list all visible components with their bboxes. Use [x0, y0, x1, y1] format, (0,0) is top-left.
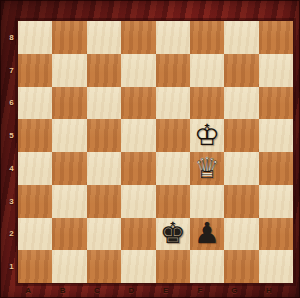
square-e7[interactable]: [156, 54, 190, 87]
rank-label-8: 8: [0, 21, 18, 54]
square-e3[interactable]: [156, 185, 190, 218]
square-a8[interactable]: [18, 21, 52, 54]
square-h4[interactable]: [259, 152, 293, 185]
square-f6[interactable]: [190, 87, 224, 120]
square-h1[interactable]: [259, 250, 293, 283]
square-b6[interactable]: [52, 87, 86, 120]
square-h6[interactable]: [259, 87, 293, 120]
square-g6[interactable]: [224, 87, 258, 120]
square-d3[interactable]: [121, 185, 155, 218]
square-b7[interactable]: [52, 54, 86, 87]
square-h8[interactable]: [259, 21, 293, 54]
square-c5[interactable]: [87, 119, 121, 152]
square-f2[interactable]: ♟: [190, 218, 224, 251]
square-a2[interactable]: [18, 218, 52, 251]
white-king[interactable]: ♚♔: [190, 119, 224, 152]
rank-label-1: 1: [0, 250, 18, 283]
square-d7[interactable]: [121, 54, 155, 87]
black-king[interactable]: ♚: [156, 218, 190, 251]
square-c2[interactable]: [87, 218, 121, 251]
square-g3[interactable]: [224, 185, 258, 218]
square-g7[interactable]: [224, 54, 258, 87]
square-d4[interactable]: [121, 152, 155, 185]
square-h5[interactable]: [259, 119, 293, 152]
rank-label-7: 7: [0, 54, 18, 87]
square-e1[interactable]: [156, 250, 190, 283]
white-queen-outline: ♕: [190, 152, 224, 185]
square-h2[interactable]: [259, 218, 293, 251]
square-a1[interactable]: [18, 250, 52, 283]
square-d5[interactable]: [121, 119, 155, 152]
square-g5[interactable]: [224, 119, 258, 152]
square-h3[interactable]: [259, 185, 293, 218]
square-b1[interactable]: [52, 250, 86, 283]
square-b5[interactable]: [52, 119, 86, 152]
square-a7[interactable]: [18, 54, 52, 87]
file-label-f: F: [183, 283, 217, 298]
file-label-c: C: [80, 283, 114, 298]
square-a4[interactable]: [18, 152, 52, 185]
square-b8[interactable]: [52, 21, 86, 54]
chessboard[interactable]: ♚♔♛♕♚♟: [18, 21, 293, 283]
file-label-e: E: [149, 283, 183, 298]
square-e2[interactable]: ♚: [156, 218, 190, 251]
square-e6[interactable]: [156, 87, 190, 120]
square-g4[interactable]: [224, 152, 258, 185]
square-b2[interactable]: [52, 218, 86, 251]
square-f5[interactable]: ♚♔: [190, 119, 224, 152]
square-c7[interactable]: [87, 54, 121, 87]
square-f1[interactable]: [190, 250, 224, 283]
square-a5[interactable]: [18, 119, 52, 152]
square-b4[interactable]: [52, 152, 86, 185]
square-h7[interactable]: [259, 54, 293, 87]
rank-labels: 87654321: [0, 21, 18, 283]
white-king-outline: ♔: [190, 119, 224, 152]
rank-label-6: 6: [0, 87, 18, 120]
square-b3[interactable]: [52, 185, 86, 218]
file-label-d: D: [114, 283, 148, 298]
square-f8[interactable]: [190, 21, 224, 54]
square-c4[interactable]: [87, 152, 121, 185]
file-label-a: A: [11, 283, 45, 298]
square-f7[interactable]: [190, 54, 224, 87]
square-d6[interactable]: [121, 87, 155, 120]
rank-label-2: 2: [0, 218, 18, 251]
square-e4[interactable]: [156, 152, 190, 185]
square-c8[interactable]: [87, 21, 121, 54]
square-d2[interactable]: [121, 218, 155, 251]
square-f4[interactable]: ♛♕: [190, 152, 224, 185]
square-c3[interactable]: [87, 185, 121, 218]
square-d1[interactable]: [121, 250, 155, 283]
rank-label-5: 5: [0, 119, 18, 152]
rank-label-3: 3: [0, 185, 18, 218]
square-e8[interactable]: [156, 21, 190, 54]
file-label-h: H: [252, 283, 286, 298]
file-label-b: B: [45, 283, 79, 298]
white-queen[interactable]: ♛♕: [190, 152, 224, 185]
file-label-g: G: [217, 283, 251, 298]
file-labels: ABCDEFGH: [11, 283, 286, 298]
square-d8[interactable]: [121, 21, 155, 54]
square-g2[interactable]: [224, 218, 258, 251]
square-a3[interactable]: [18, 185, 52, 218]
square-g1[interactable]: [224, 250, 258, 283]
rank-label-4: 4: [0, 152, 18, 185]
chessboard-frame: 87654321 ♚♔♛♕♚♟ ABCDEFGH: [0, 0, 300, 298]
square-c6[interactable]: [87, 87, 121, 120]
square-e5[interactable]: [156, 119, 190, 152]
square-a6[interactable]: [18, 87, 52, 120]
square-g8[interactable]: [224, 21, 258, 54]
black-pawn[interactable]: ♟: [190, 218, 224, 251]
square-c1[interactable]: [87, 250, 121, 283]
square-f3[interactable]: [190, 185, 224, 218]
